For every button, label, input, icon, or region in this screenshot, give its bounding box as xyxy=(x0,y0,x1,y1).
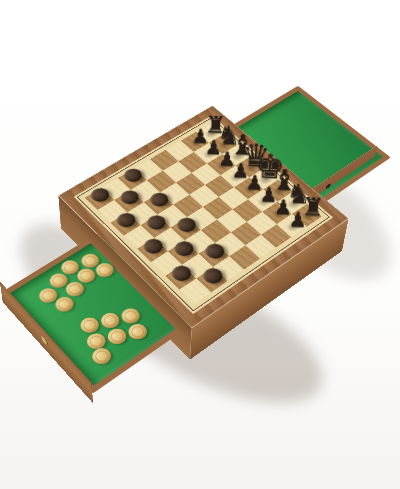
black-rook: ♜ xyxy=(204,113,226,138)
right-drawer-knob-hole xyxy=(325,183,330,191)
white-knight-lying: ♞ xyxy=(276,174,303,195)
white-pawn-lying: ♟ xyxy=(268,151,293,170)
white-pawn-lying: ♟ xyxy=(279,125,305,144)
light-checker xyxy=(104,326,130,348)
piece-shadow xyxy=(241,160,262,175)
square-f6 xyxy=(192,164,221,185)
light-checker xyxy=(125,321,151,343)
square-f5 xyxy=(205,175,234,197)
piece-shadow xyxy=(212,158,233,173)
square-h5: ♛ xyxy=(236,156,265,177)
scene: ♟♞♝♟♜♟♝♞♟ ♜♟♞♟♝♟♛♟♚♟♝♟♞♟♜♟ xyxy=(0,0,400,489)
black-knight: ♞ xyxy=(216,122,240,149)
square-h7: ♞ xyxy=(209,134,237,154)
dark-checker xyxy=(116,188,141,207)
piece-shadow xyxy=(255,172,276,187)
white-knight-lying: ♞ xyxy=(237,139,263,158)
piece-shadow xyxy=(201,126,221,140)
square-g7: ♟ xyxy=(194,143,222,164)
square-e7 xyxy=(163,161,192,182)
piece-shadow xyxy=(199,147,219,162)
right-drawer: ♟♞♝♟♜♟♝♞♟ xyxy=(197,86,390,226)
black-queen: ♛ xyxy=(241,139,270,171)
black-pawn: ♟ xyxy=(217,149,235,169)
piece-shadow xyxy=(228,149,248,164)
piece-shadow xyxy=(186,135,206,149)
square-g4: ♟ xyxy=(234,177,263,199)
piece-shadow xyxy=(214,137,234,151)
square-g5: ♟ xyxy=(220,166,249,187)
black-bishop: ♝ xyxy=(270,166,297,196)
square-h6: ♝ xyxy=(222,145,250,166)
square-d7 xyxy=(147,171,176,193)
dark-checker xyxy=(146,190,171,209)
white-pawn-lying: ♟ xyxy=(224,154,251,173)
black-pawn: ♟ xyxy=(204,138,222,158)
square-g6: ♟ xyxy=(207,154,236,175)
right-drawer-chess-pieces: ♟♞♝♟♜♟♝♞♟ xyxy=(205,91,383,220)
white-bishop-lying: ♝ xyxy=(257,132,283,150)
square-c8 xyxy=(118,168,147,190)
square-h8: ♜ xyxy=(196,123,224,143)
game-box-top: ♟♞♝♟♜♟♝♞♟ ♜♟♞♟♝♟♛♟♚♟♝♟♞♟♜♟ xyxy=(58,105,348,328)
white-pawn-lying: ♟ xyxy=(299,165,326,185)
square-f7 xyxy=(178,152,207,173)
black-king: ♚ xyxy=(254,149,286,184)
square-e8 xyxy=(150,150,179,171)
white-bishop-lying: ♝ xyxy=(290,144,316,162)
black-pawn: ♟ xyxy=(288,209,307,230)
black-bishop: ♝ xyxy=(229,131,255,160)
black-pawn: ♟ xyxy=(245,172,264,193)
square-e6 xyxy=(176,173,205,195)
product-photo: ♟♞♝♟♜♟♝♞♟ ♜♟♞♟♝♟♛♟♚♟♝♟♞♟♜♟ xyxy=(0,0,400,489)
square-f8 xyxy=(166,141,194,162)
piece-shadow xyxy=(240,181,261,196)
square-e5 xyxy=(189,185,218,207)
black-pawn: ♟ xyxy=(231,161,250,181)
dark-checker xyxy=(120,166,145,185)
black-pawn: ♟ xyxy=(191,126,209,146)
square-f4 xyxy=(219,187,248,209)
piece-shadow xyxy=(254,193,275,209)
square-d8 xyxy=(134,159,163,180)
piece-shadow xyxy=(226,170,247,185)
square-g8: ♟ xyxy=(181,132,209,152)
white-rook-lying: ♜ xyxy=(249,163,276,183)
square-h4: ♚ xyxy=(249,168,278,189)
